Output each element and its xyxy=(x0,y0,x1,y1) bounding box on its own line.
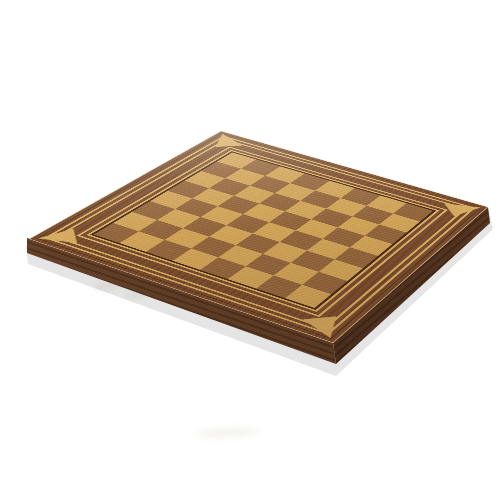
photo-stage xyxy=(0,0,500,500)
background-smudge xyxy=(196,426,260,438)
chessboard xyxy=(29,131,488,343)
